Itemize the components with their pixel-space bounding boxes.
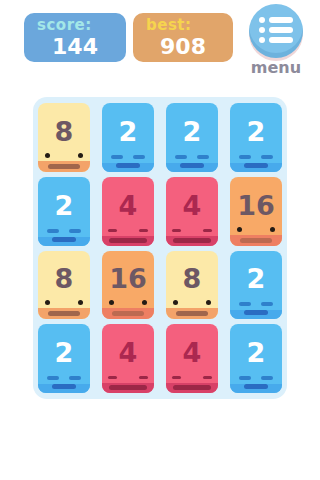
menu-icon-dot <box>259 17 265 23</box>
score-label: score: <box>37 17 126 34</box>
tile-r3c1-value-8: 8 <box>38 251 90 320</box>
tile-mouth-icon <box>112 311 144 316</box>
tile-mouth-icon <box>109 385 147 390</box>
menu-icon-dot <box>259 27 265 33</box>
tile-eye-right-icon <box>69 376 81 380</box>
menu-button[interactable] <box>249 4 303 58</box>
tile-value: 2 <box>247 118 266 157</box>
tile-eye-left-icon <box>172 376 181 379</box>
tile-eye-left-icon <box>239 155 251 159</box>
tile-eye-left-icon <box>45 153 50 158</box>
tile-mouth-icon <box>180 163 204 168</box>
tile-eye-left-icon <box>173 300 178 305</box>
tile-r2c4-value-16: 16 <box>230 177 282 246</box>
tile-eye-left-icon <box>237 227 242 232</box>
tile-r1c1-value-8: 8 <box>38 103 90 172</box>
tile-mouth-icon <box>244 163 268 168</box>
tile-r3c4-value-2: 2 <box>230 251 282 320</box>
tile-mouth-icon <box>52 384 76 389</box>
tile-value: 2 <box>119 118 138 157</box>
tile-value: 4 <box>119 192 138 231</box>
tile-mouth-icon <box>240 238 272 243</box>
tile-value: 16 <box>109 265 147 304</box>
tile-mouth-icon <box>109 238 147 243</box>
tile-r3c3-value-8: 8 <box>166 251 218 320</box>
menu-icon-row <box>259 37 293 43</box>
tile-r4c4-value-2: 2 <box>230 324 282 393</box>
score-box: score: 144 <box>24 13 126 62</box>
board[interactable]: 822224416816822442 <box>33 97 287 399</box>
tile-r1c4-value-2: 2 <box>230 103 282 172</box>
best-box: best: 908 <box>133 13 233 62</box>
tile-eye-right-icon <box>203 229 212 232</box>
tile-r4c1-value-2: 2 <box>38 324 90 393</box>
tile-mouth-icon <box>176 311 208 316</box>
tile-eye-left-icon <box>175 155 187 159</box>
game-screen: score: 144 best: 908 menu 82222441681682… <box>0 0 320 480</box>
tile-eye-right-icon <box>139 229 148 232</box>
tile-r2c1-value-2: 2 <box>38 177 90 246</box>
tile-eye-right-icon <box>261 376 273 380</box>
tile-eye-left-icon <box>108 376 117 379</box>
tile-mouth-icon <box>48 311 80 316</box>
menu-icon-bar <box>269 27 293 33</box>
score-value: 144 <box>24 35 126 59</box>
tile-value: 8 <box>55 118 74 157</box>
tile-eye-right-icon <box>206 300 211 305</box>
tile-eye-right-icon <box>139 376 148 379</box>
tile-eye-left-icon <box>108 229 117 232</box>
tile-value: 16 <box>237 192 275 231</box>
tile-value: 2 <box>55 339 74 378</box>
menu-button-label[interactable]: menu <box>249 58 303 77</box>
menu-icon-bar <box>269 37 293 43</box>
tile-r4c3-value-4: 4 <box>166 324 218 393</box>
tile-r2c3-value-4: 4 <box>166 177 218 246</box>
menu-icon-bar <box>269 17 293 23</box>
tile-value: 4 <box>119 339 138 378</box>
tile-value: 4 <box>183 192 202 231</box>
menu-icon-row <box>259 27 293 33</box>
tile-eye-right-icon <box>261 302 273 306</box>
tile-eye-right-icon <box>197 155 209 159</box>
tile-eye-right-icon <box>69 229 81 233</box>
tile-r1c2-value-2: 2 <box>102 103 154 172</box>
tile-mouth-icon <box>173 385 211 390</box>
tile-r2c2-value-4: 4 <box>102 177 154 246</box>
tile-eye-right-icon <box>78 153 83 158</box>
tile-value: 8 <box>55 265 74 304</box>
tile-eye-left-icon <box>45 300 50 305</box>
tile-r3c2-value-16: 16 <box>102 251 154 320</box>
tile-mouth-icon <box>52 237 76 242</box>
tile-r4c2-value-4: 4 <box>102 324 154 393</box>
tile-eye-left-icon <box>172 229 181 232</box>
tile-eye-right-icon <box>261 155 273 159</box>
tile-eye-right-icon <box>203 376 212 379</box>
tile-r1c3-value-2: 2 <box>166 103 218 172</box>
tile-value: 8 <box>183 265 202 304</box>
tile-mouth-icon <box>116 163 140 168</box>
tile-eye-left-icon <box>239 302 251 306</box>
tile-value: 2 <box>183 118 202 157</box>
tile-mouth-icon <box>244 384 268 389</box>
tile-value: 2 <box>247 339 266 378</box>
best-label: best: <box>146 17 233 34</box>
menu-icon-row <box>259 17 293 23</box>
menu-list-icon <box>259 17 293 43</box>
menu-icon-dot <box>259 37 265 43</box>
tile-eye-left-icon <box>111 155 123 159</box>
tile-eye-left-icon <box>47 376 59 380</box>
tile-eye-right-icon <box>78 300 83 305</box>
tile-mouth-icon <box>48 164 80 169</box>
tile-value: 2 <box>55 192 74 231</box>
tile-eye-left-icon <box>239 376 251 380</box>
tile-mouth-icon <box>173 238 211 243</box>
tile-value: 2 <box>247 265 266 304</box>
tile-eye-left-icon <box>109 300 114 305</box>
tile-mouth-icon <box>244 310 268 315</box>
tile-eye-left-icon <box>47 229 59 233</box>
tile-eye-right-icon <box>133 155 145 159</box>
tile-eye-right-icon <box>142 300 147 305</box>
tile-eye-right-icon <box>270 227 275 232</box>
tile-value: 4 <box>183 339 202 378</box>
best-value: 908 <box>133 35 233 59</box>
